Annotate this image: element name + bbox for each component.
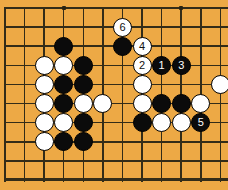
stone-white-move-6: 6 [113,18,132,37]
stone-black [74,132,93,151]
stone-white [54,56,73,75]
stone-black [54,75,73,94]
stone-white [35,56,54,75]
stone-black [74,113,93,132]
stone-black [54,132,73,151]
stone-black-move-1: 1 [152,56,171,75]
stone-label: 3 [178,60,184,71]
stone-white [152,113,171,132]
stone-white-move-2: 2 [133,56,152,75]
stone-white [35,94,54,113]
stone-black [54,37,73,56]
stone-white [35,132,54,151]
stone-black [172,94,191,113]
stone-black-move-3: 3 [172,56,191,75]
stone-white [35,75,54,94]
stone-label: 2 [139,60,145,71]
stone-black [54,94,73,113]
stone-white-move-4: 4 [133,37,152,56]
stone-black [152,94,171,113]
stone-label: 1 [159,60,165,71]
stone-white [191,94,210,113]
stone-white [93,94,112,113]
stone-white [54,113,73,132]
stone-white [74,94,93,113]
stone-label: 5 [198,117,204,128]
stone-black [74,75,93,94]
stone-black [74,56,93,75]
stone-black-move-5: 5 [191,113,210,132]
stone-white [211,75,228,94]
stone-black [133,113,152,132]
stone-white [35,113,54,132]
stone-black [113,37,132,56]
stone-label: 6 [119,22,125,33]
stone-white [133,75,152,94]
go-board[interactable]: 642135 [0,0,228,190]
stone-white [172,113,191,132]
stone-label: 4 [139,41,145,52]
stone-white [133,94,152,113]
go-grid: 642135 [0,0,228,190]
